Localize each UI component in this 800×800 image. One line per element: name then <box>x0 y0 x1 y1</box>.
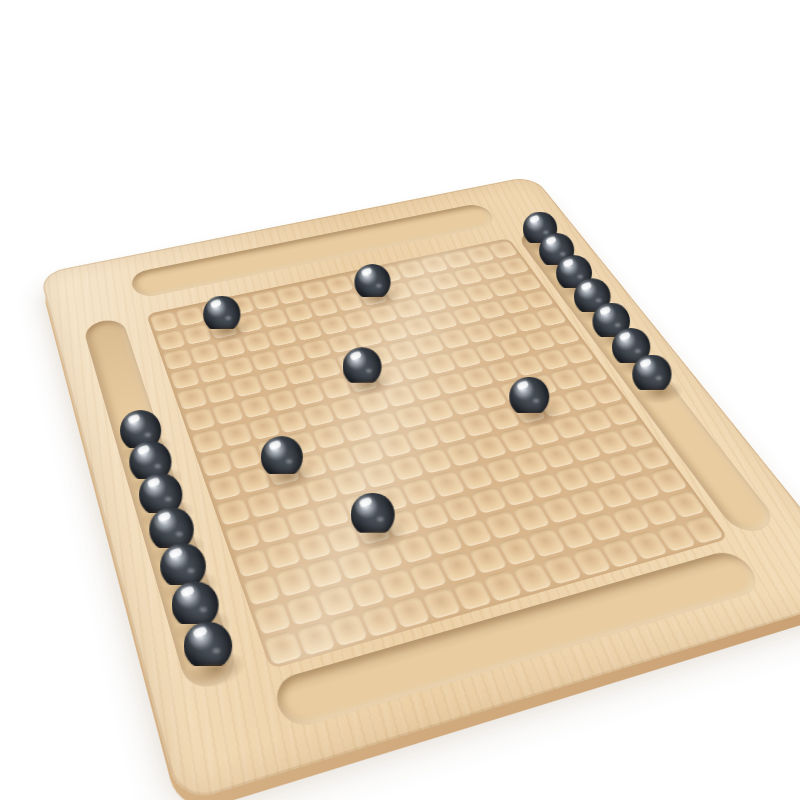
scene <box>0 0 800 800</box>
grid-cell[interactable] <box>295 531 332 561</box>
grid-cell[interactable] <box>196 360 227 383</box>
grid-cell[interactable] <box>243 573 280 606</box>
grid-cell[interactable] <box>285 506 321 535</box>
grid-cell[interactable] <box>207 473 241 501</box>
grid-cell[interactable] <box>275 284 305 304</box>
grid-cell[interactable] <box>175 305 204 326</box>
grid-cell[interactable] <box>245 489 280 518</box>
grid-cell[interactable] <box>234 547 271 578</box>
grid-cell[interactable] <box>267 325 298 347</box>
grid-cell[interactable] <box>275 343 306 365</box>
grid-cell[interactable] <box>219 421 252 447</box>
grid-cell[interactable] <box>216 497 251 526</box>
grid-cell[interactable] <box>275 408 308 433</box>
grid-cell[interactable] <box>305 557 343 589</box>
product-photo <box>0 0 800 800</box>
grid-cell[interactable] <box>204 380 236 404</box>
grid-cell[interactable] <box>191 428 224 454</box>
game-board <box>39 176 800 800</box>
grid-cell[interactable] <box>263 630 302 665</box>
grid-cell[interactable] <box>189 341 219 363</box>
grid-cell[interactable] <box>328 612 368 646</box>
grid-cell[interactable] <box>228 443 262 470</box>
grid-cell[interactable] <box>225 521 261 551</box>
grid-cell[interactable] <box>162 347 192 369</box>
grid-cell[interactable] <box>255 514 291 544</box>
grid-cell[interactable] <box>266 388 298 412</box>
grid-cell[interactable] <box>169 366 200 389</box>
grid-cell[interactable] <box>211 400 243 425</box>
grid-cell[interactable] <box>223 355 254 378</box>
grid-cell[interactable] <box>284 301 314 322</box>
grid-cell[interactable] <box>316 584 355 617</box>
grid-cell[interactable] <box>253 601 291 635</box>
grid-cell[interactable] <box>285 592 323 625</box>
grid-cell[interactable] <box>251 290 281 310</box>
grid-cell[interactable] <box>284 362 316 385</box>
grid-cell[interactable] <box>239 394 271 418</box>
grid-cell[interactable] <box>264 539 301 570</box>
grid-cell[interactable] <box>249 349 280 372</box>
grid-cell[interactable] <box>274 565 312 597</box>
grid-cell[interactable] <box>156 329 186 351</box>
grid-cell[interactable] <box>199 450 232 477</box>
grid-cell[interactable] <box>184 407 216 432</box>
grid-cell[interactable] <box>149 311 178 332</box>
grid-cell[interactable] <box>176 386 207 410</box>
grid-cell[interactable] <box>259 307 289 328</box>
grid-cell[interactable] <box>231 374 263 398</box>
grid-cell[interactable] <box>296 621 335 656</box>
grid-cell[interactable] <box>258 368 290 391</box>
